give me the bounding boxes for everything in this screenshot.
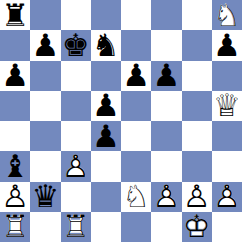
square-e4[interactable] bbox=[121, 121, 151, 151]
square-c4[interactable] bbox=[61, 121, 91, 151]
black-piece-glyph-icon: ♟ bbox=[91, 91, 121, 121]
piece-black-knight-icon[interactable]: ♞ bbox=[91, 30, 121, 60]
white-piece-outline-icon: ♖ bbox=[0, 212, 30, 242]
square-b5[interactable] bbox=[30, 91, 60, 121]
white-piece-outline-icon: ♔ bbox=[182, 212, 212, 242]
black-piece-glyph-icon: ♟ bbox=[151, 61, 181, 91]
square-e1[interactable] bbox=[121, 212, 151, 242]
square-a6[interactable]: ♟ bbox=[0, 61, 30, 91]
piece-black-bishop-icon[interactable]: ♝ bbox=[0, 151, 30, 181]
square-d2[interactable] bbox=[91, 182, 121, 212]
square-g8[interactable] bbox=[182, 0, 212, 30]
piece-black-pawn-icon[interactable]: ♟ bbox=[30, 30, 60, 60]
square-f5[interactable] bbox=[151, 91, 181, 121]
square-d8[interactable] bbox=[91, 0, 121, 30]
square-g5[interactable] bbox=[182, 91, 212, 121]
square-d3[interactable] bbox=[91, 151, 121, 181]
white-piece-outline-icon: ♘ bbox=[121, 182, 151, 212]
square-c8[interactable] bbox=[61, 0, 91, 30]
piece-black-pawn-icon[interactable]: ♟ bbox=[121, 61, 151, 91]
square-f1[interactable] bbox=[151, 212, 181, 242]
square-c5[interactable] bbox=[61, 91, 91, 121]
square-d1[interactable] bbox=[91, 212, 121, 242]
square-b2[interactable]: ♛ bbox=[30, 182, 60, 212]
square-e3[interactable] bbox=[121, 151, 151, 181]
black-piece-glyph-icon: ♛ bbox=[30, 182, 60, 212]
square-f3[interactable] bbox=[151, 151, 181, 181]
white-piece-outline-icon: ♖ bbox=[61, 212, 91, 242]
square-g2[interactable]: ♟♙ bbox=[182, 182, 212, 212]
piece-white-pawn-icon[interactable]: ♟♙ bbox=[182, 182, 212, 212]
square-d6[interactable] bbox=[91, 61, 121, 91]
square-c3[interactable]: ♟♙ bbox=[61, 151, 91, 181]
square-a4[interactable] bbox=[0, 121, 30, 151]
square-h8[interactable]: ♞♘ bbox=[212, 0, 242, 30]
square-h4[interactable] bbox=[212, 121, 242, 151]
square-h2[interactable]: ♟♙ bbox=[212, 182, 242, 212]
square-c1[interactable]: ♜♖ bbox=[61, 212, 91, 242]
square-d7[interactable]: ♞ bbox=[91, 30, 121, 60]
piece-white-pawn-icon[interactable]: ♟♙ bbox=[151, 182, 181, 212]
white-piece-outline-icon: ♙ bbox=[151, 182, 181, 212]
piece-white-pawn-icon[interactable]: ♟♙ bbox=[0, 182, 30, 212]
square-b3[interactable] bbox=[30, 151, 60, 181]
square-e5[interactable] bbox=[121, 91, 151, 121]
square-b7[interactable]: ♟ bbox=[30, 30, 60, 60]
black-piece-glyph-icon: ♚ bbox=[61, 30, 91, 60]
square-a5[interactable] bbox=[0, 91, 30, 121]
square-c6[interactable] bbox=[61, 61, 91, 91]
chess-board: ♜♞♘♟♚♞♟♟♟♟♟♛♕♟♝♟♙♟♙♛♞♘♟♙♟♙♟♙♜♖♜♖♚♔ bbox=[0, 0, 242, 242]
square-f8[interactable] bbox=[151, 0, 181, 30]
square-d4[interactable]: ♟ bbox=[91, 121, 121, 151]
piece-white-knight-icon[interactable]: ♞♘ bbox=[212, 0, 242, 30]
black-piece-glyph-icon: ♞ bbox=[91, 30, 121, 60]
black-piece-glyph-icon: ♟ bbox=[212, 30, 242, 60]
square-g6[interactable] bbox=[182, 61, 212, 91]
square-e7[interactable] bbox=[121, 30, 151, 60]
black-piece-glyph-icon: ♟ bbox=[121, 61, 151, 91]
square-h5[interactable]: ♛♕ bbox=[212, 91, 242, 121]
piece-black-pawn-icon[interactable]: ♟ bbox=[91, 121, 121, 151]
square-f6[interactable]: ♟ bbox=[151, 61, 181, 91]
square-f7[interactable] bbox=[151, 30, 181, 60]
square-g3[interactable] bbox=[182, 151, 212, 181]
square-d5[interactable]: ♟ bbox=[91, 91, 121, 121]
square-a1[interactable]: ♜♖ bbox=[0, 212, 30, 242]
square-g1[interactable]: ♚♔ bbox=[182, 212, 212, 242]
black-piece-glyph-icon: ♟ bbox=[91, 121, 121, 151]
piece-white-king-icon[interactable]: ♚♔ bbox=[182, 212, 212, 242]
square-b4[interactable] bbox=[30, 121, 60, 151]
piece-white-pawn-icon[interactable]: ♟♙ bbox=[212, 182, 242, 212]
piece-black-pawn-icon[interactable]: ♟ bbox=[0, 61, 30, 91]
square-c7[interactable]: ♚ bbox=[61, 30, 91, 60]
square-h7[interactable]: ♟ bbox=[212, 30, 242, 60]
square-g7[interactable] bbox=[182, 30, 212, 60]
piece-black-queen-icon[interactable]: ♛ bbox=[30, 182, 60, 212]
piece-black-rook-icon[interactable]: ♜ bbox=[0, 0, 30, 30]
piece-black-pawn-icon[interactable]: ♟ bbox=[91, 91, 121, 121]
piece-white-knight-icon[interactable]: ♞♘ bbox=[121, 182, 151, 212]
white-piece-outline-icon: ♙ bbox=[61, 151, 91, 181]
square-c2[interactable] bbox=[61, 182, 91, 212]
piece-black-pawn-icon[interactable]: ♟ bbox=[212, 30, 242, 60]
square-h6[interactable] bbox=[212, 61, 242, 91]
white-piece-outline-icon: ♙ bbox=[0, 182, 30, 212]
white-piece-outline-icon: ♙ bbox=[182, 182, 212, 212]
piece-white-pawn-icon[interactable]: ♟♙ bbox=[61, 151, 91, 181]
piece-white-rook-icon[interactable]: ♜♖ bbox=[0, 212, 30, 242]
square-h1[interactable] bbox=[212, 212, 242, 242]
square-e2[interactable]: ♞♘ bbox=[121, 182, 151, 212]
piece-white-queen-icon[interactable]: ♛♕ bbox=[212, 91, 242, 121]
white-piece-outline-icon: ♘ bbox=[212, 0, 242, 30]
black-piece-glyph-icon: ♟ bbox=[30, 30, 60, 60]
white-piece-outline-icon: ♙ bbox=[212, 182, 242, 212]
square-b1[interactable] bbox=[30, 212, 60, 242]
square-a8[interactable]: ♜ bbox=[0, 0, 30, 30]
square-e8[interactable] bbox=[121, 0, 151, 30]
piece-white-rook-icon[interactable]: ♜♖ bbox=[61, 212, 91, 242]
square-b8[interactable] bbox=[30, 0, 60, 30]
square-b6[interactable] bbox=[30, 61, 60, 91]
square-f2[interactable]: ♟♙ bbox=[151, 182, 181, 212]
square-h3[interactable] bbox=[212, 151, 242, 181]
square-g4[interactable] bbox=[182, 121, 212, 151]
square-a2[interactable]: ♟♙ bbox=[0, 182, 30, 212]
black-piece-glyph-icon: ♟ bbox=[0, 61, 30, 91]
black-piece-glyph-icon: ♝ bbox=[0, 151, 30, 181]
square-e6[interactable]: ♟ bbox=[121, 61, 151, 91]
chess-board-container: ♜♞♘♟♚♞♟♟♟♟♟♛♕♟♝♟♙♟♙♛♞♘♟♙♟♙♟♙♜♖♜♖♚♔ bbox=[0, 0, 242, 242]
black-piece-glyph-icon: ♜ bbox=[0, 0, 30, 30]
white-piece-outline-icon: ♕ bbox=[212, 91, 242, 121]
square-f4[interactable] bbox=[151, 121, 181, 151]
piece-black-pawn-icon[interactable]: ♟ bbox=[151, 61, 181, 91]
square-a7[interactable] bbox=[0, 30, 30, 60]
square-a3[interactable]: ♝ bbox=[0, 151, 30, 181]
piece-black-king-icon[interactable]: ♚ bbox=[61, 30, 91, 60]
